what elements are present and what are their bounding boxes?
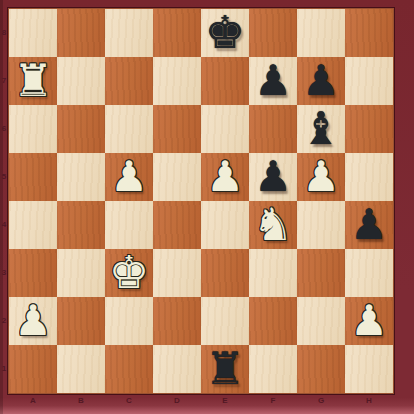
square-d7[interactable] (153, 57, 201, 105)
file-label-d: D (153, 395, 201, 407)
square-h5[interactable] (345, 153, 393, 201)
rank-label-4: 4 (0, 201, 8, 249)
square-f7[interactable]: ♟ (249, 57, 297, 105)
square-c7[interactable] (105, 57, 153, 105)
piece-black-king[interactable]: ♚ (201, 9, 249, 57)
square-f4[interactable]: ♞ (249, 201, 297, 249)
square-a7[interactable]: ♜ (9, 57, 57, 105)
square-b2[interactable] (57, 297, 105, 345)
rank-label-7: 7 (0, 57, 8, 105)
piece-white-king[interactable]: ♚ (105, 249, 153, 297)
square-f5[interactable]: ♟ (249, 153, 297, 201)
piece-black-pawn[interactable]: ♟ (249, 57, 297, 105)
file-label-h: H (345, 395, 393, 407)
square-g1[interactable] (297, 345, 345, 393)
square-b1[interactable] (57, 345, 105, 393)
square-d5[interactable] (153, 153, 201, 201)
square-d2[interactable] (153, 297, 201, 345)
square-b7[interactable] (57, 57, 105, 105)
square-d1[interactable] (153, 345, 201, 393)
square-g2[interactable] (297, 297, 345, 345)
square-h2[interactable]: ♟ (345, 297, 393, 345)
board-frame: ♚♜♟♟♝♟♟♟♟♞♟♚♟♟♜ 87654321ABCDEFGH (0, 0, 414, 414)
square-f6[interactable] (249, 105, 297, 153)
square-h6[interactable] (345, 105, 393, 153)
piece-black-rook[interactable]: ♜ (201, 345, 249, 393)
square-a3[interactable] (9, 249, 57, 297)
square-d6[interactable] (153, 105, 201, 153)
square-h7[interactable] (345, 57, 393, 105)
square-b6[interactable] (57, 105, 105, 153)
square-d8[interactable] (153, 9, 201, 57)
piece-white-knight[interactable]: ♞ (249, 201, 297, 249)
square-b4[interactable] (57, 201, 105, 249)
piece-black-pawn[interactable]: ♟ (297, 57, 345, 105)
square-a4[interactable] (9, 201, 57, 249)
rank-label-3: 3 (0, 249, 8, 297)
square-g6[interactable]: ♝ (297, 105, 345, 153)
square-g3[interactable] (297, 249, 345, 297)
rank-label-1: 1 (0, 345, 8, 393)
square-e6[interactable] (201, 105, 249, 153)
square-c6[interactable] (105, 105, 153, 153)
square-c4[interactable] (105, 201, 153, 249)
square-h3[interactable] (345, 249, 393, 297)
square-e2[interactable] (201, 297, 249, 345)
square-h4[interactable]: ♟ (345, 201, 393, 249)
square-e3[interactable] (201, 249, 249, 297)
square-f3[interactable] (249, 249, 297, 297)
square-e8[interactable]: ♚ (201, 9, 249, 57)
piece-white-rook[interactable]: ♜ (9, 57, 57, 105)
square-a5[interactable] (9, 153, 57, 201)
square-g5[interactable]: ♟ (297, 153, 345, 201)
rank-label-8: 8 (0, 9, 8, 57)
square-h1[interactable] (345, 345, 393, 393)
square-f8[interactable] (249, 9, 297, 57)
file-label-a: A (9, 395, 57, 407)
square-e4[interactable] (201, 201, 249, 249)
square-h8[interactable] (345, 9, 393, 57)
file-label-b: B (57, 395, 105, 407)
square-d4[interactable] (153, 201, 201, 249)
file-label-g: G (297, 395, 345, 407)
piece-white-pawn[interactable]: ♟ (9, 297, 57, 345)
square-g8[interactable] (297, 9, 345, 57)
file-label-f: F (249, 395, 297, 407)
square-c3[interactable]: ♚ (105, 249, 153, 297)
piece-white-pawn[interactable]: ♟ (297, 153, 345, 201)
square-f1[interactable] (249, 345, 297, 393)
square-f2[interactable] (249, 297, 297, 345)
rank-label-5: 5 (0, 153, 8, 201)
square-a8[interactable] (9, 9, 57, 57)
square-c2[interactable] (105, 297, 153, 345)
square-c5[interactable]: ♟ (105, 153, 153, 201)
piece-white-pawn[interactable]: ♟ (201, 153, 249, 201)
square-d3[interactable] (153, 249, 201, 297)
square-a1[interactable] (9, 345, 57, 393)
square-g4[interactable] (297, 201, 345, 249)
piece-black-pawn[interactable]: ♟ (249, 153, 297, 201)
piece-white-pawn[interactable]: ♟ (345, 297, 393, 345)
square-g7[interactable]: ♟ (297, 57, 345, 105)
square-c8[interactable] (105, 9, 153, 57)
square-b3[interactable] (57, 249, 105, 297)
file-label-e: E (201, 395, 249, 407)
piece-black-bishop[interactable]: ♝ (297, 105, 345, 153)
square-e7[interactable] (201, 57, 249, 105)
square-e5[interactable]: ♟ (201, 153, 249, 201)
square-c1[interactable] (105, 345, 153, 393)
chess-board: ♚♜♟♟♝♟♟♟♟♞♟♚♟♟♜ (8, 8, 394, 394)
rank-label-6: 6 (0, 105, 8, 153)
square-a2[interactable]: ♟ (9, 297, 57, 345)
piece-black-pawn[interactable]: ♟ (345, 201, 393, 249)
file-label-c: C (105, 395, 153, 407)
square-b8[interactable] (57, 9, 105, 57)
rank-label-2: 2 (0, 297, 8, 345)
piece-white-pawn[interactable]: ♟ (105, 153, 153, 201)
square-a6[interactable] (9, 105, 57, 153)
square-b5[interactable] (57, 153, 105, 201)
square-e1[interactable]: ♜ (201, 345, 249, 393)
